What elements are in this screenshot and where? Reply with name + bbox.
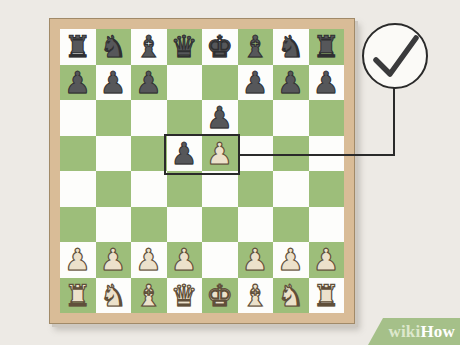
square-b8: ♞ — [96, 29, 132, 65]
white-knight: ♞ — [100, 278, 127, 314]
square-g3 — [273, 207, 309, 243]
square-h7: ♟ — [309, 65, 345, 101]
square-e4 — [202, 171, 238, 207]
square-e7 — [202, 65, 238, 101]
black-king: ♚ — [206, 29, 233, 65]
square-d2: ♟ — [167, 242, 203, 278]
square-a7: ♟ — [60, 65, 96, 101]
en-passant-highlight-rect — [164, 134, 240, 175]
square-c6 — [131, 100, 167, 136]
square-h6 — [309, 100, 345, 136]
square-b6 — [96, 100, 132, 136]
square-d3 — [167, 207, 203, 243]
illustration-canvas: ♜♞♝♛♚♝♞♜♟♟♟♟♟♟♟♟♟♟♟♟♟♟♟♟♜♞♝♛♚♝♞♜ wiki Ho… — [0, 0, 460, 345]
callout-line-vertical — [393, 88, 395, 156]
square-b7: ♟ — [96, 65, 132, 101]
square-a4 — [60, 171, 96, 207]
black-rook: ♜ — [64, 29, 91, 65]
white-knight: ♞ — [277, 278, 304, 314]
square-h2: ♟ — [309, 242, 345, 278]
square-f4 — [238, 171, 274, 207]
black-pawn: ♟ — [206, 100, 233, 136]
square-h4 — [309, 171, 345, 207]
wikihow-wordmark-wiki: wiki — [388, 318, 420, 345]
square-e1: ♚ — [202, 278, 238, 314]
square-b5 — [96, 136, 132, 172]
white-bishop: ♝ — [135, 278, 162, 314]
white-pawn: ♟ — [64, 242, 91, 278]
square-b3 — [96, 207, 132, 243]
square-d4 — [167, 171, 203, 207]
white-rook: ♜ — [64, 278, 91, 314]
black-queen: ♛ — [171, 29, 198, 65]
checkmark-icon — [364, 25, 426, 87]
white-bishop: ♝ — [242, 278, 269, 314]
checkmark-circle — [362, 23, 428, 89]
square-f3 — [238, 207, 274, 243]
square-g4 — [273, 171, 309, 207]
square-a8: ♜ — [60, 29, 96, 65]
white-king: ♚ — [206, 278, 233, 314]
white-pawn: ♟ — [242, 242, 269, 278]
black-pawn: ♟ — [135, 65, 162, 101]
black-pawn: ♟ — [277, 65, 304, 101]
square-h1: ♜ — [309, 278, 345, 314]
square-a1: ♜ — [60, 278, 96, 314]
square-c7: ♟ — [131, 65, 167, 101]
wikihow-wordmark-how: How — [420, 318, 455, 345]
square-e8: ♚ — [202, 29, 238, 65]
black-bishop: ♝ — [135, 29, 162, 65]
black-pawn: ♟ — [100, 65, 127, 101]
square-a2: ♟ — [60, 242, 96, 278]
square-a6 — [60, 100, 96, 136]
square-f2: ♟ — [238, 242, 274, 278]
white-pawn: ♟ — [135, 242, 162, 278]
black-rook: ♜ — [313, 29, 340, 65]
black-pawn: ♟ — [313, 65, 340, 101]
square-f8: ♝ — [238, 29, 274, 65]
square-g6 — [273, 100, 309, 136]
square-c2: ♟ — [131, 242, 167, 278]
square-g7: ♟ — [273, 65, 309, 101]
square-f7: ♟ — [238, 65, 274, 101]
square-d1: ♛ — [167, 278, 203, 314]
square-g2: ♟ — [273, 242, 309, 278]
square-d6 — [167, 100, 203, 136]
wikihow-watermark: wiki How — [368, 318, 460, 345]
square-h8: ♜ — [309, 29, 345, 65]
square-c3 — [131, 207, 167, 243]
black-knight: ♞ — [100, 29, 127, 65]
callout-line-horizontal — [240, 154, 395, 156]
black-bishop: ♝ — [242, 29, 269, 65]
square-f1: ♝ — [238, 278, 274, 314]
square-c8: ♝ — [131, 29, 167, 65]
square-h3 — [309, 207, 345, 243]
white-pawn: ♟ — [171, 242, 198, 278]
white-pawn: ♟ — [277, 242, 304, 278]
square-d8: ♛ — [167, 29, 203, 65]
white-rook: ♜ — [313, 278, 340, 314]
square-f6 — [238, 100, 274, 136]
square-e2 — [202, 242, 238, 278]
square-b1: ♞ — [96, 278, 132, 314]
square-g8: ♞ — [273, 29, 309, 65]
black-knight: ♞ — [277, 29, 304, 65]
square-c5 — [131, 136, 167, 172]
white-pawn: ♟ — [313, 242, 340, 278]
square-e3 — [202, 207, 238, 243]
square-a5 — [60, 136, 96, 172]
square-d7 — [167, 65, 203, 101]
square-e6: ♟ — [202, 100, 238, 136]
square-b4 — [96, 171, 132, 207]
square-g1: ♞ — [273, 278, 309, 314]
square-c4 — [131, 171, 167, 207]
square-a3 — [60, 207, 96, 243]
square-c1: ♝ — [131, 278, 167, 314]
black-pawn: ♟ — [242, 65, 269, 101]
white-queen: ♛ — [171, 278, 198, 314]
white-pawn: ♟ — [100, 242, 127, 278]
square-b2: ♟ — [96, 242, 132, 278]
black-pawn: ♟ — [64, 65, 91, 101]
